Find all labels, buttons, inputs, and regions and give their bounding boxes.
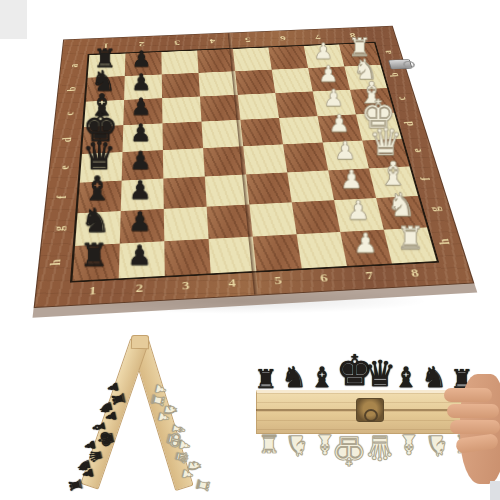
product-photo-stage: aabbccddeeffgghh1122334455667788 ♜♟♟♜♞♟♟…	[0, 0, 500, 500]
rank-label: 6	[275, 34, 290, 43]
piece-white-pawn: ♟	[309, 63, 348, 85]
pieces-layer: ♜♟♟♜♞♟♟♞♝♟♟♝♚♟♟♚♛♟♟♛♝♟♟♝♞♟♟♞♜♟♟♜	[70, 42, 434, 279]
piece-black-knight: ♞	[72, 204, 118, 237]
tent-inset: ♟♜♞♟♝♚♟♛♞♟♜♟♜♞♟♝♚♟♛♞♟♜	[55, 333, 260, 500]
box-piece-black: ♝	[392, 364, 420, 392]
piece-white-pawn: ♟	[329, 167, 373, 192]
rank-label: 2	[130, 280, 149, 296]
file-label: h	[46, 255, 66, 270]
file-label: e	[56, 161, 74, 173]
piece-white-pawn: ♟	[304, 40, 342, 62]
file-label: c	[393, 93, 411, 103]
rank-label: 5	[240, 35, 255, 44]
file-label: a	[379, 48, 396, 57]
tent-ridge	[131, 335, 149, 349]
corner-artifact-top-left	[0, 0, 27, 39]
piece-black-rook: ♜	[70, 240, 118, 272]
file-label: f	[416, 173, 436, 186]
piece-white-pawn: ♟	[313, 87, 353, 110]
box-clasp	[356, 398, 384, 422]
metal-clasp	[388, 59, 413, 70]
box-piece-black: ♚	[336, 350, 364, 392]
file-label: h	[434, 234, 456, 248]
piece-black-pawn: ♟	[120, 121, 162, 145]
box-piece-white: ♛	[367, 431, 395, 465]
file-label: f	[53, 191, 71, 204]
piece-black-pawn: ♟	[118, 177, 163, 203]
rank-label: 7	[359, 268, 380, 283]
piece-black-pawn: ♟	[117, 209, 163, 235]
rank-label: 3	[176, 278, 195, 294]
rank-label: 8	[345, 31, 361, 40]
piece-white-knight: ♞	[379, 189, 425, 222]
piece-white-pawn: ♟	[324, 139, 367, 163]
piece-white-pawn: ♟	[318, 112, 360, 136]
piece-white-pawn: ♟	[335, 197, 381, 223]
piece-black-pawn: ♟	[121, 71, 161, 94]
piece-white-rook: ♜	[386, 223, 433, 254]
box-piece-white: ♞	[283, 431, 311, 459]
file-label: g	[49, 222, 68, 236]
rank-label: 4	[222, 275, 242, 291]
box-piece-black: ♛	[364, 356, 392, 392]
rank-label: 2	[135, 40, 149, 49]
piece-black-pawn: ♟	[121, 95, 162, 118]
rank-label: 5	[268, 273, 288, 288]
rank-label: 6	[314, 270, 335, 285]
piece-black-pawn: ♟	[116, 242, 164, 269]
rank-label: 1	[99, 41, 114, 50]
file-label: c	[61, 108, 77, 119]
file-label: e	[407, 145, 426, 157]
hand-inset: ♜♞♝♚♛♝♞♜♜♞♝♚♛♝♞♜	[248, 338, 500, 500]
box-piece-black: ♞	[280, 363, 308, 392]
rank-label: 8	[404, 265, 426, 280]
hand-finger	[447, 404, 499, 418]
rank-label: 1	[83, 283, 103, 299]
box-piece-white: ♞	[423, 431, 451, 459]
piece-black-pawn: ♟	[122, 48, 160, 70]
tent-piece: ♜	[67, 476, 86, 494]
file-label: b	[386, 70, 403, 80]
tent-piece: ♜	[193, 476, 212, 494]
box-piece-black: ♜	[252, 366, 280, 392]
box-piece-white: ♝	[395, 431, 423, 458]
file-label: b	[64, 84, 80, 94]
file-label: d	[59, 134, 76, 146]
box-piece-white: ♜	[255, 431, 283, 456]
hand-finger	[450, 420, 500, 434]
box-piece-white: ♚	[339, 431, 367, 471]
rank-label: 7	[310, 32, 326, 41]
file-label: a	[66, 61, 82, 71]
rank-label: 3	[170, 38, 184, 47]
hand-finger	[444, 388, 492, 402]
box-piece-black: ♞	[420, 363, 448, 392]
chess-board: aabbccddeeffgghh1122334455667788 ♜♟♟♜♞♟♟…	[34, 26, 475, 308]
corner-artifact-bottom-right	[490, 481, 500, 500]
rank-label: 4	[205, 37, 220, 46]
main-board-photo: aabbccddeeffgghh1122334455667788 ♜♟♟♜♞♟♟…	[52, 0, 428, 332]
piece-white-pawn: ♟	[342, 230, 389, 257]
piece-black-pawn: ♟	[119, 148, 162, 173]
box-piece-black: ♝	[308, 364, 336, 392]
file-label: g	[424, 202, 445, 215]
